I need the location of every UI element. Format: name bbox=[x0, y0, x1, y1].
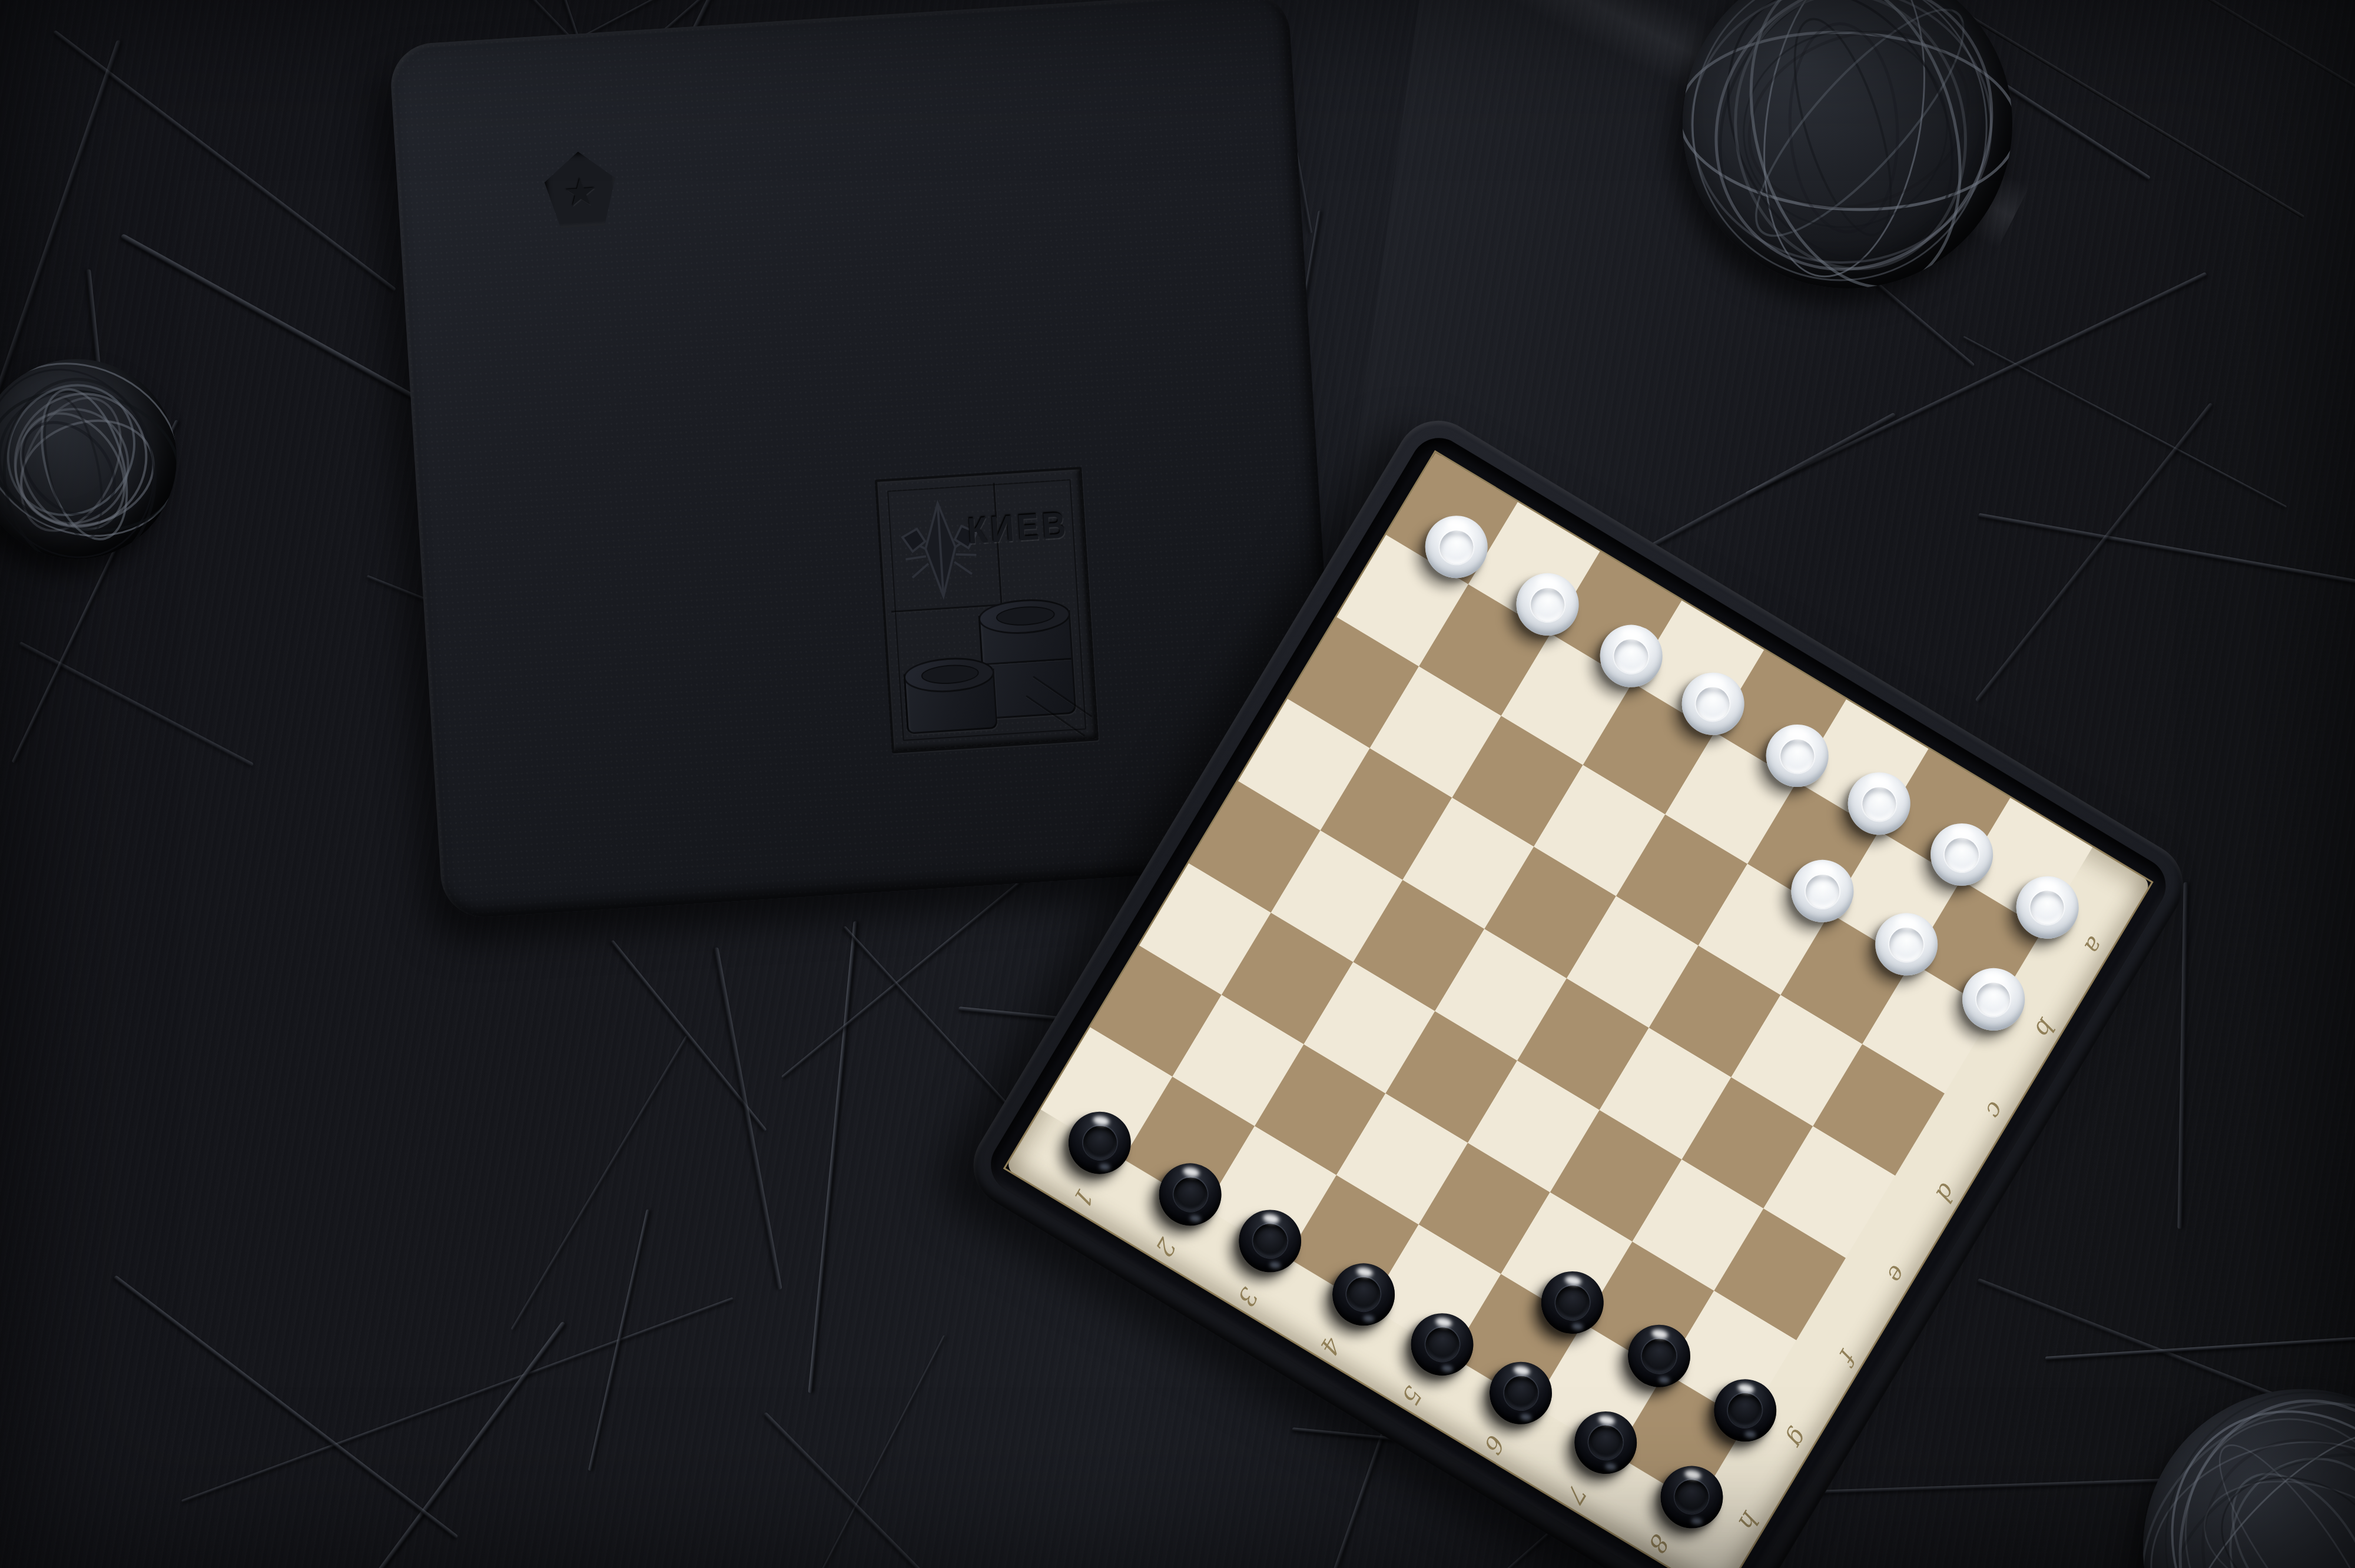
scene: ★ bbox=[0, 0, 2355, 1568]
quality-mark-star-icon: ★ bbox=[562, 170, 599, 215]
lid-plaque: КИЕВ bbox=[875, 467, 1099, 753]
checkers-pieces-drawing-icon bbox=[904, 669, 998, 734]
soviet-quality-mark-icon: ★ bbox=[543, 150, 618, 229]
wicker-strand bbox=[2179, 1399, 2355, 1568]
brand-label: КИЕВ bbox=[966, 503, 1070, 552]
